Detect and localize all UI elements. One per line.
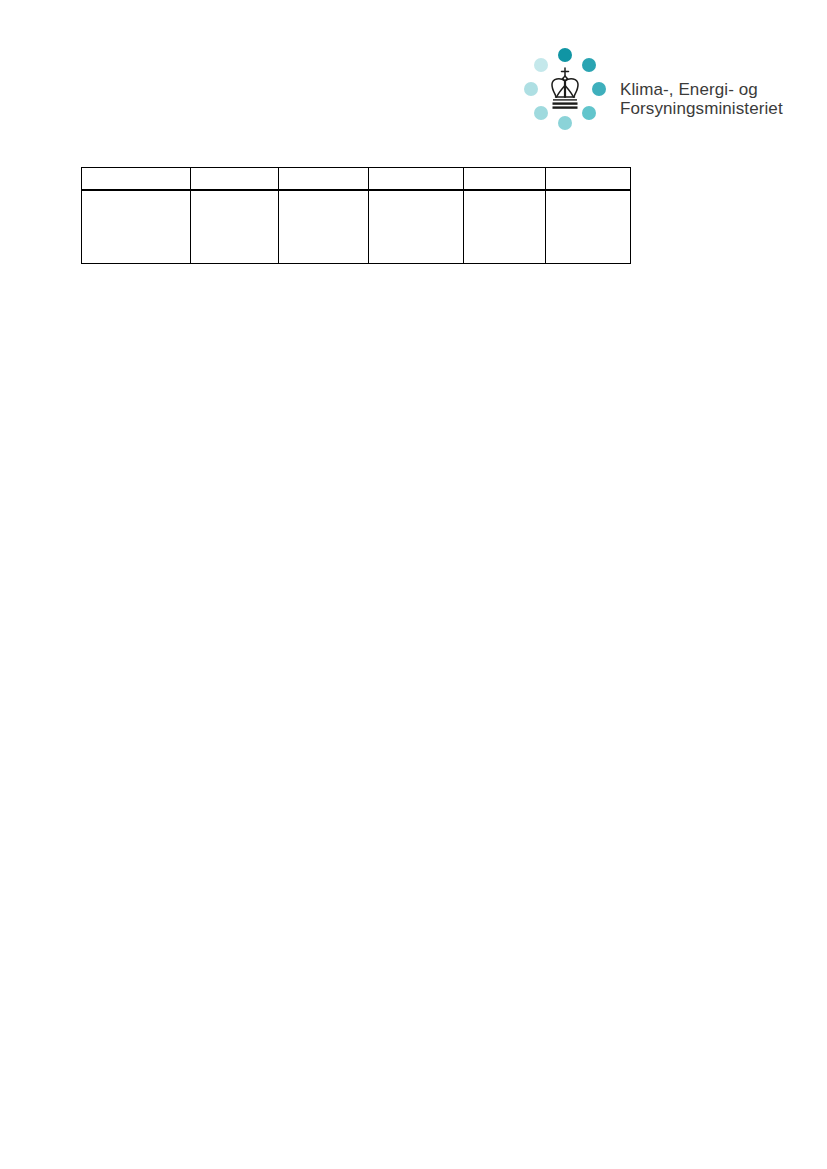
ministry-name-line1: Klima-, Energi- og [620,80,827,99]
logo-dot-top-left [534,58,548,72]
logo-dot-bottom-left [534,106,548,120]
body-cell [369,190,464,264]
logo-dot-top-right [582,58,596,72]
body-cell [546,190,631,264]
table-body-row [82,190,631,264]
logo-dot-bottom-right [582,106,596,120]
logo-dot-top [558,48,572,62]
body-cell [191,190,279,264]
header-cell [82,168,191,191]
body-cell [464,190,546,264]
table-header-row [82,168,631,191]
logo-dot-left [524,82,538,96]
header-cell [546,168,631,191]
header-cell [191,168,279,191]
crown-icon [547,66,583,112]
body-cell [82,190,191,264]
logo-dot-bottom [558,116,572,130]
body-cell [279,190,369,264]
header-cell [464,168,546,191]
header-cell [279,168,369,191]
empty-form-table [81,167,631,264]
header-cell [369,168,464,191]
logo-dot-right [592,82,606,96]
ministry-name-line2: Forsyningsministeriet [620,99,827,118]
logo-dot-ring [524,48,606,130]
document-page: Klima-, Energi- og Forsyningsministeriet [0,0,827,1169]
ministry-name: Klima-, Energi- og Forsyningsministeriet [620,80,827,118]
